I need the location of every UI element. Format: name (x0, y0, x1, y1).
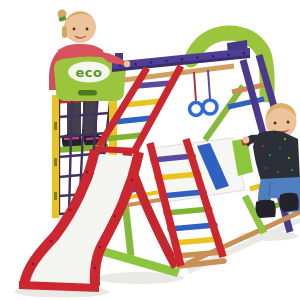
boy-boot-right (280, 193, 299, 212)
rail-slot (54, 192, 57, 200)
boy-hand (243, 137, 250, 144)
boy-boot-left (256, 200, 276, 218)
board-handle-slot (78, 90, 97, 96)
product-photo: eco (0, 0, 300, 300)
boy-eye-left (274, 122, 277, 125)
girl-eye-left (73, 28, 76, 31)
slide-top-lip (95, 149, 139, 151)
girl-boot-lace-right (86, 138, 99, 139)
rail-slot (54, 158, 57, 166)
eco-label: eco (76, 65, 103, 80)
play-gym-scene: eco (0, 0, 300, 300)
boy-eye-right (287, 121, 290, 124)
rail-slot (54, 122, 57, 130)
girl-hair-strand (62, 26, 67, 38)
girl-eye-right (86, 28, 89, 31)
girl-hand (124, 61, 130, 67)
